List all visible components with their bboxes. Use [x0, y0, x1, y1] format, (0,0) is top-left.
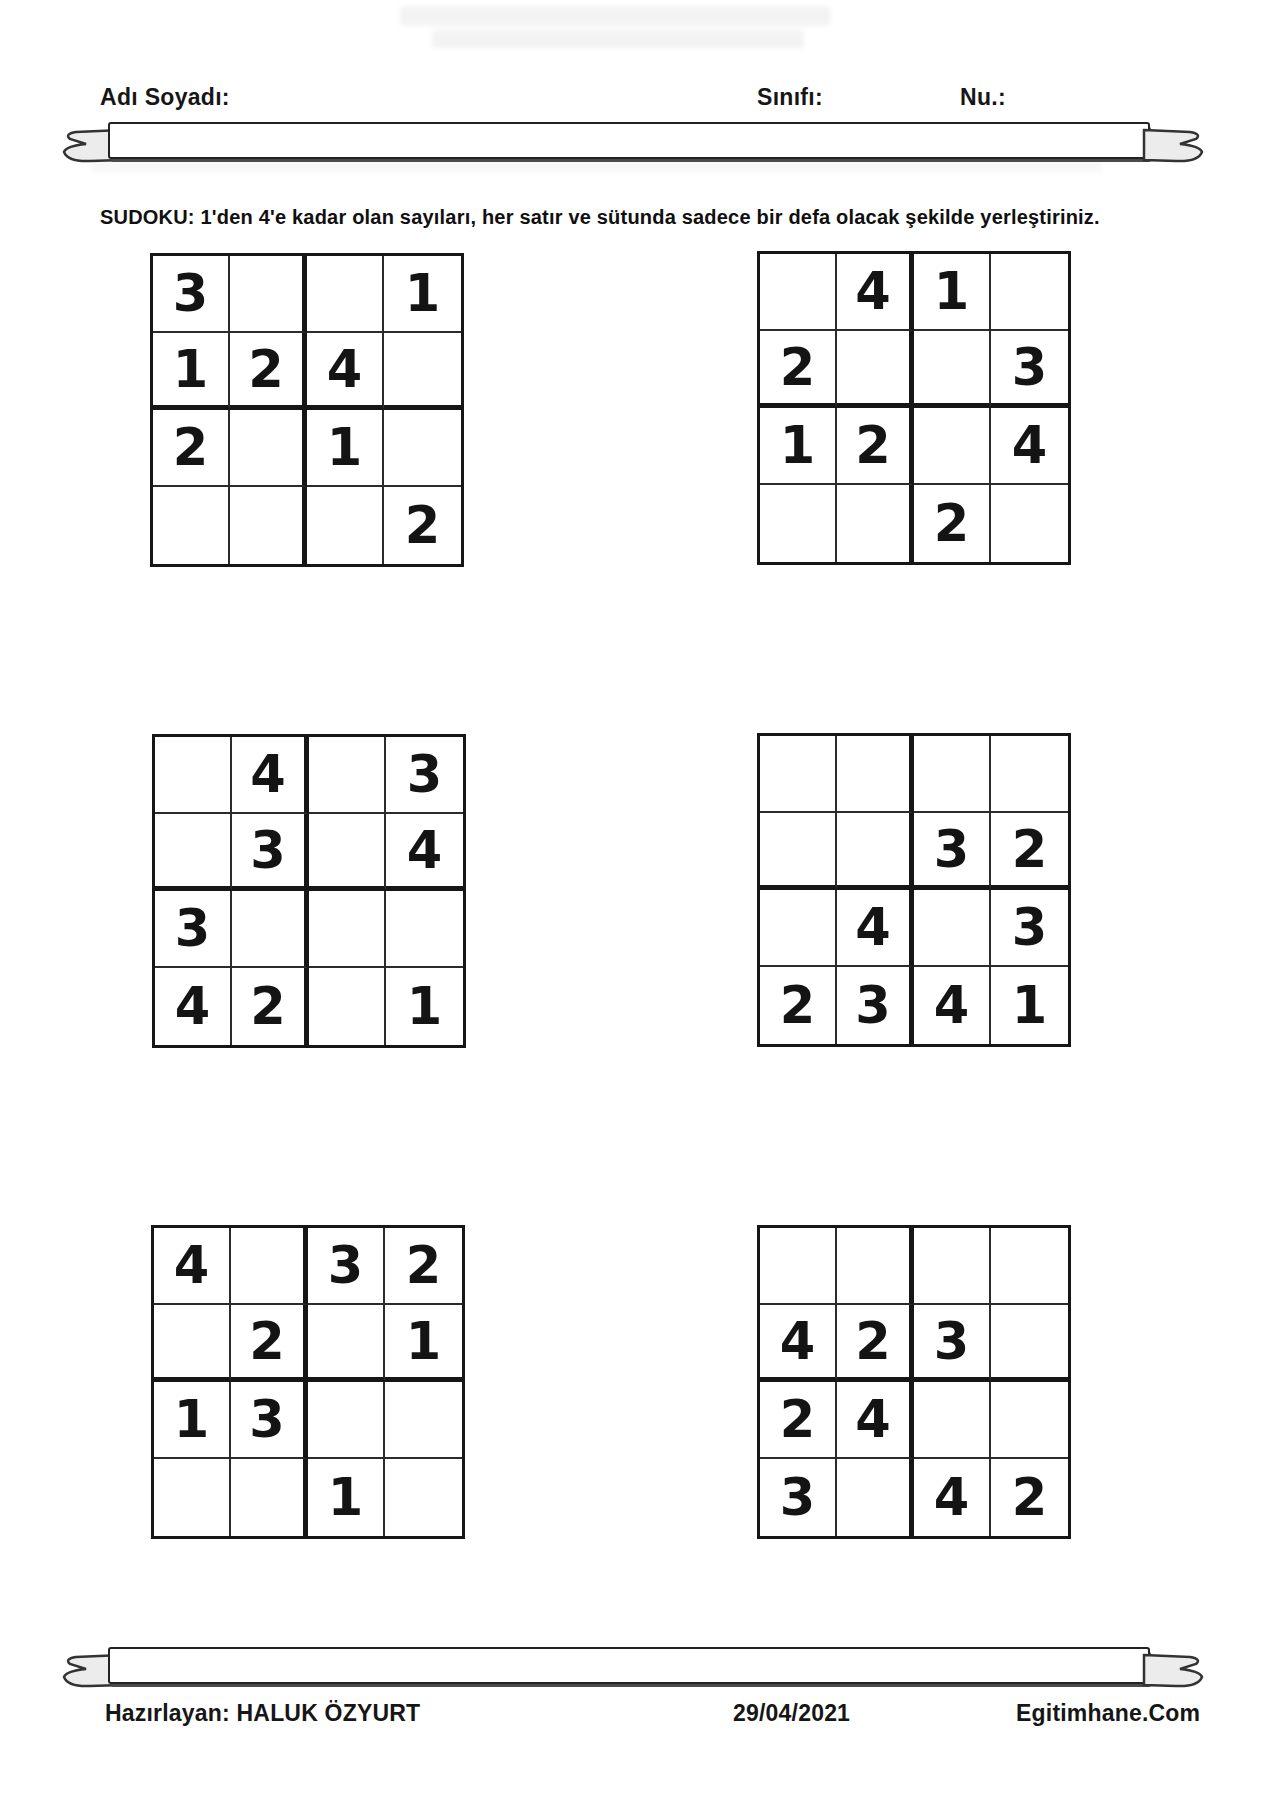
sudoku-cell-empty[interactable]: [308, 1305, 385, 1382]
sudoku-cell-empty[interactable]: [385, 1382, 462, 1459]
sudoku-cell-given: 1: [386, 968, 463, 1045]
sudoku-cell-given: 4: [914, 967, 991, 1044]
sudoku-cell-empty[interactable]: [760, 736, 837, 813]
sudoku-cell-empty[interactable]: [385, 1459, 462, 1536]
sudoku-cell-empty[interactable]: [760, 485, 837, 562]
sudoku-cell-given: 4: [837, 254, 914, 331]
sudoku-cell-empty[interactable]: [760, 254, 837, 331]
sudoku-cell-given: 1: [385, 1305, 462, 1382]
sudoku-cell-given: 1: [154, 1382, 231, 1459]
sudoku-cell-given: 3: [914, 813, 991, 890]
sudoku-cell-given: 3: [914, 1305, 991, 1382]
sudoku-cell-given: 1: [153, 333, 230, 410]
sudoku-cell-given: 4: [307, 333, 384, 410]
sudoku-cell-given: 1: [307, 410, 384, 487]
watermark-smudge: [400, 6, 830, 26]
number-label: Nu.:: [960, 84, 1006, 111]
sudoku-grid-4: 32432341: [757, 733, 1071, 1047]
sudoku-cell-empty[interactable]: [914, 331, 991, 408]
sudoku-cell-empty[interactable]: [155, 814, 232, 891]
sudoku-cell-given: 4: [232, 737, 309, 814]
sudoku-cell-empty[interactable]: [231, 1228, 308, 1305]
sudoku-cell-empty[interactable]: [991, 1382, 1068, 1459]
ribbon-tail-right-icon: [1142, 124, 1206, 168]
sudoku-cell-empty[interactable]: [307, 487, 384, 564]
sudoku-cell-given: 2: [760, 1382, 837, 1459]
sudoku-grid-2: 41231242: [757, 251, 1071, 565]
sudoku-cell-empty[interactable]: [309, 968, 386, 1045]
sudoku-cell-given: 1: [760, 408, 837, 485]
worksheet-page: Adı Soyadı: Sınıfı: Nu.: SUDOKU: 1'den 4…: [0, 0, 1280, 1810]
watermark-smudge: [432, 30, 804, 48]
sudoku-cell-given: 2: [991, 813, 1068, 890]
sudoku-cell-given: 1: [308, 1459, 385, 1536]
instruction-text: SUDOKU: 1'den 4'e kadar olan sayıları, h…: [100, 206, 1220, 229]
sudoku-cell-given: 3: [837, 967, 914, 1044]
sudoku-grid-1: 31124212: [150, 253, 464, 567]
sudoku-cell-empty[interactable]: [155, 737, 232, 814]
sudoku-grid-6: 42324342: [757, 1225, 1071, 1539]
sudoku-cell-given: 2: [153, 410, 230, 487]
sudoku-cell-empty[interactable]: [760, 1228, 837, 1305]
sudoku-cell-empty[interactable]: [230, 410, 307, 487]
sudoku-cell-empty[interactable]: [309, 891, 386, 968]
sudoku-cell-empty[interactable]: [760, 813, 837, 890]
sudoku-cell-empty[interactable]: [837, 1228, 914, 1305]
sudoku-cell-empty[interactable]: [837, 813, 914, 890]
sudoku-cell-given: 2: [232, 968, 309, 1045]
sudoku-cell-given: 3: [308, 1228, 385, 1305]
sudoku-cell-empty[interactable]: [991, 1305, 1068, 1382]
sudoku-cell-empty[interactable]: [991, 1228, 1068, 1305]
sudoku-cell-empty[interactable]: [153, 487, 230, 564]
sudoku-cell-given: 2: [837, 1305, 914, 1382]
sudoku-cell-empty[interactable]: [307, 256, 384, 333]
sudoku-cell-given: 2: [837, 408, 914, 485]
footer-prepared-by: Hazırlayan: HALUK ÖZYURT: [105, 1700, 420, 1727]
sudoku-cell-given: 2: [760, 967, 837, 1044]
sudoku-cell-empty[interactable]: [914, 736, 991, 813]
ribbon-bar: [108, 122, 1150, 159]
sudoku-cell-empty[interactable]: [232, 891, 309, 968]
sudoku-cell-given: 2: [914, 485, 991, 562]
sudoku-cell-empty[interactable]: [309, 737, 386, 814]
sudoku-cell-given: 4: [386, 814, 463, 891]
instruction-body: 1'den 4'e kadar olan sayıları, her satır…: [201, 206, 1100, 228]
sudoku-cell-given: 3: [991, 331, 1068, 408]
sudoku-cell-given: 4: [837, 1382, 914, 1459]
sudoku-cell-empty[interactable]: [991, 485, 1068, 562]
sudoku-cell-given: 2: [231, 1305, 308, 1382]
sudoku-cell-empty[interactable]: [384, 410, 461, 487]
sudoku-cell-empty[interactable]: [154, 1305, 231, 1382]
sudoku-cell-given: 4: [760, 1305, 837, 1382]
sudoku-cell-empty[interactable]: [309, 814, 386, 891]
sudoku-cell-given: 1: [384, 256, 461, 333]
sudoku-cell-empty[interactable]: [837, 736, 914, 813]
sudoku-cell-given: 1: [991, 967, 1068, 1044]
footer-date: 29/04/2021: [733, 1700, 850, 1727]
sudoku-cell-given: 4: [914, 1459, 991, 1536]
sudoku-cell-empty[interactable]: [914, 1382, 991, 1459]
sudoku-cell-given: 2: [760, 331, 837, 408]
sudoku-cell-given: 2: [384, 487, 461, 564]
sudoku-cell-given: 2: [230, 333, 307, 410]
ribbon-banner-top: [60, 116, 1212, 172]
sudoku-cell-given: 2: [385, 1228, 462, 1305]
sudoku-cell-given: 4: [154, 1228, 231, 1305]
sudoku-cell-given: 2: [991, 1459, 1068, 1536]
sudoku-cell-empty[interactable]: [386, 891, 463, 968]
sudoku-cell-empty[interactable]: [308, 1382, 385, 1459]
sudoku-cell-empty[interactable]: [914, 890, 991, 967]
sudoku-cell-empty[interactable]: [837, 1459, 914, 1536]
sudoku-cell-given: 4: [155, 968, 232, 1045]
sudoku-cell-empty[interactable]: [384, 333, 461, 410]
sudoku-cell-given: 3: [231, 1382, 308, 1459]
instruction-title: SUDOKU:: [100, 206, 195, 228]
sudoku-cell-empty[interactable]: [837, 485, 914, 562]
sudoku-cell-empty[interactable]: [837, 331, 914, 408]
sudoku-cell-empty[interactable]: [230, 487, 307, 564]
sudoku-cell-given: 3: [232, 814, 309, 891]
sudoku-cell-given: 3: [760, 1459, 837, 1536]
sudoku-grid-5: 43221131: [151, 1225, 465, 1539]
footer-site: Egitimhane.Com: [1016, 1700, 1200, 1727]
ribbon-tail-right-icon: [1142, 1649, 1206, 1693]
sudoku-cell-empty[interactable]: [914, 1228, 991, 1305]
sudoku-cell-given: 3: [155, 891, 232, 968]
sudoku-cell-given: 3: [386, 737, 463, 814]
sudoku-cell-empty[interactable]: [760, 890, 837, 967]
sudoku-cell-given: 1: [914, 254, 991, 331]
sudoku-cell-given: 4: [837, 890, 914, 967]
class-label: Sınıfı:: [757, 84, 823, 111]
sudoku-cell-empty[interactable]: [154, 1459, 231, 1536]
sudoku-cell-given: 4: [991, 408, 1068, 485]
sudoku-cell-empty[interactable]: [991, 736, 1068, 813]
ribbon-bar: [108, 1647, 1150, 1684]
sudoku-cell-empty[interactable]: [231, 1459, 308, 1536]
sudoku-cell-given: 3: [153, 256, 230, 333]
sudoku-cell-given: 3: [991, 890, 1068, 967]
name-label: Adı Soyadı:: [100, 84, 230, 111]
sudoku-cell-empty[interactable]: [914, 408, 991, 485]
sudoku-cell-empty[interactable]: [991, 254, 1068, 331]
sudoku-grid-3: 43343421: [152, 734, 466, 1048]
sudoku-cell-empty[interactable]: [230, 256, 307, 333]
ribbon-banner-bottom: [60, 1641, 1212, 1697]
